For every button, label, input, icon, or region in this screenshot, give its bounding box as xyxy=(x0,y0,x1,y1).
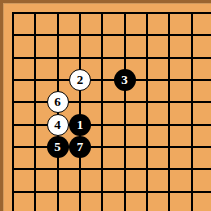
board-frame-left-highlight xyxy=(3,3,4,211)
stone-white-2[interactable]: 2 xyxy=(69,69,91,91)
stone-black-3[interactable]: 3 xyxy=(114,69,136,91)
stone-white-4[interactable]: 4 xyxy=(47,114,69,136)
go-board-diagram[interactable]: 1234567 xyxy=(0,0,211,211)
stone-black-7[interactable]: 7 xyxy=(69,136,91,158)
stones-grid[interactable]: 1234567 xyxy=(2,2,203,203)
stone-white-6[interactable]: 6 xyxy=(47,91,69,113)
stone-black-1[interactable]: 1 xyxy=(69,114,91,136)
stone-black-5[interactable]: 5 xyxy=(47,136,69,158)
board-frame-top-highlight xyxy=(3,3,211,4)
